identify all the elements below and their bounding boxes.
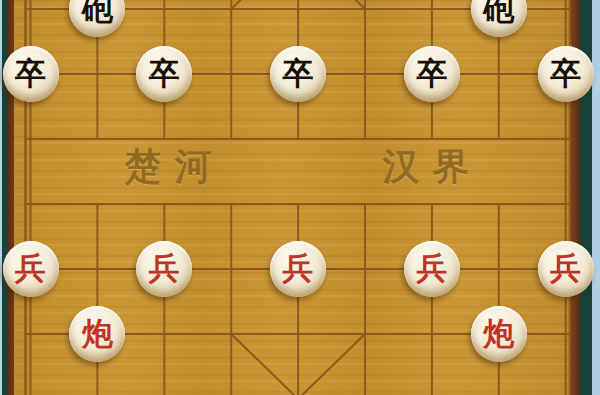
piece-red-cannon-f7r7[interactable]: 炮: [471, 306, 527, 362]
piece-glyph: 卒: [149, 45, 180, 101]
piece-glyph: 砲: [82, 0, 113, 36]
piece-glyph: 卒: [550, 45, 581, 101]
piece-glyph: 兵: [550, 240, 581, 296]
piece-black-soldier-f6r3[interactable]: 卒: [404, 46, 460, 102]
piece-black-soldier-f2r3[interactable]: 卒: [136, 46, 192, 102]
piece-black-soldier-f4r3[interactable]: 卒: [270, 46, 326, 102]
piece-glyph: 卒: [416, 45, 447, 101]
piece-black-soldier-f8r3[interactable]: 卒: [538, 46, 594, 102]
piece-glyph: 兵: [149, 240, 180, 296]
piece-glyph: 砲: [483, 0, 514, 36]
piece-glyph: 兵: [15, 240, 46, 296]
piece-glyph: 兵: [416, 240, 447, 296]
piece-glyph: 炮: [82, 305, 113, 361]
piece-red-soldier-f2r6[interactable]: 兵: [136, 241, 192, 297]
piece-red-soldier-f6r6[interactable]: 兵: [404, 241, 460, 297]
piece-glyph: 卒: [283, 45, 314, 101]
piece-black-cannon-f1r2[interactable]: 砲: [69, 0, 125, 37]
piece-black-soldier-f0r3[interactable]: 卒: [3, 46, 59, 102]
piece-glyph: 兵: [283, 240, 314, 296]
pieces-layer: 砲砲卒卒卒卒卒兵兵兵兵兵炮炮: [0, 0, 600, 395]
xiangqi-board[interactable]: 楚河 汉界 砲砲卒卒卒卒卒兵兵兵兵兵炮炮: [0, 0, 600, 395]
piece-glyph: 卒: [15, 45, 46, 101]
piece-red-soldier-f8r6[interactable]: 兵: [538, 241, 594, 297]
piece-glyph: 炮: [483, 305, 514, 361]
piece-red-soldier-f4r6[interactable]: 兵: [270, 241, 326, 297]
piece-red-soldier-f0r6[interactable]: 兵: [3, 241, 59, 297]
piece-red-cannon-f1r7[interactable]: 炮: [69, 306, 125, 362]
piece-black-cannon-f7r2[interactable]: 砲: [471, 0, 527, 37]
